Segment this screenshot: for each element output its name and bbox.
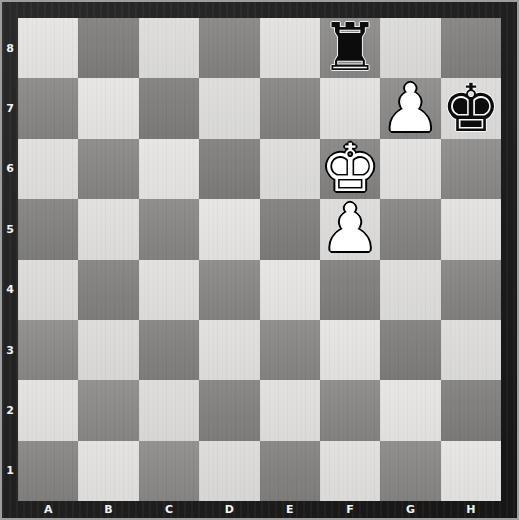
square-h1[interactable] bbox=[441, 441, 501, 501]
square-wood-shade bbox=[260, 441, 320, 501]
square-c1[interactable] bbox=[139, 441, 199, 501]
square-wood-shade bbox=[199, 260, 259, 320]
square-wood-shade bbox=[199, 199, 259, 259]
square-b2[interactable] bbox=[78, 380, 138, 440]
square-f3[interactable] bbox=[320, 320, 380, 380]
square-f5[interactable]: ♟ bbox=[320, 199, 380, 259]
square-h7[interactable]: ♚ bbox=[441, 78, 501, 138]
square-wood-shade bbox=[441, 320, 501, 380]
square-e6[interactable] bbox=[260, 139, 320, 199]
square-wood-shade bbox=[78, 260, 138, 320]
square-e4[interactable] bbox=[260, 260, 320, 320]
square-e1[interactable] bbox=[260, 441, 320, 501]
square-wood-shade bbox=[18, 441, 78, 501]
rank-label-3: 3 bbox=[2, 320, 18, 380]
square-b7[interactable] bbox=[78, 78, 138, 138]
square-wood-shade bbox=[18, 78, 78, 138]
square-wood-shade bbox=[78, 18, 138, 78]
square-g4[interactable] bbox=[380, 260, 440, 320]
square-wood-shade bbox=[139, 18, 199, 78]
square-wood-shade bbox=[18, 18, 78, 78]
square-wood-shade bbox=[260, 18, 320, 78]
square-wood-shade bbox=[380, 139, 440, 199]
square-wood-shade bbox=[139, 78, 199, 138]
square-a1[interactable] bbox=[18, 441, 78, 501]
square-wood-shade bbox=[260, 260, 320, 320]
file-label-f: F bbox=[320, 501, 380, 518]
square-g6[interactable] bbox=[380, 139, 440, 199]
square-wood-shade bbox=[78, 441, 138, 501]
square-wood-shade bbox=[199, 78, 259, 138]
square-e8[interactable] bbox=[260, 18, 320, 78]
square-wood-shade bbox=[78, 380, 138, 440]
file-labels: ABCDEFGH bbox=[18, 501, 501, 518]
square-g5[interactable] bbox=[380, 199, 440, 259]
rank-label-4: 4 bbox=[2, 260, 18, 320]
square-wood-shade bbox=[380, 320, 440, 380]
square-wood-shade bbox=[139, 380, 199, 440]
square-wood-shade bbox=[139, 260, 199, 320]
square-g2[interactable] bbox=[380, 380, 440, 440]
square-b1[interactable] bbox=[78, 441, 138, 501]
square-wood-shade bbox=[199, 139, 259, 199]
square-a3[interactable] bbox=[18, 320, 78, 380]
square-d4[interactable] bbox=[199, 260, 259, 320]
piece-white-pawn-g7[interactable]: ♟ bbox=[381, 79, 440, 139]
square-c4[interactable] bbox=[139, 260, 199, 320]
square-wood-shade bbox=[320, 441, 380, 501]
square-g3[interactable] bbox=[380, 320, 440, 380]
square-h3[interactable] bbox=[441, 320, 501, 380]
rank-label-7: 7 bbox=[2, 78, 18, 138]
square-b4[interactable] bbox=[78, 260, 138, 320]
square-wood-shade bbox=[139, 199, 199, 259]
square-wood-shade bbox=[441, 380, 501, 440]
square-wood-shade bbox=[260, 78, 320, 138]
square-d7[interactable] bbox=[199, 78, 259, 138]
square-wood-shade bbox=[139, 320, 199, 380]
square-a5[interactable] bbox=[18, 199, 78, 259]
chess-board: ♜♟♚♚♟ bbox=[18, 18, 501, 501]
square-b3[interactable] bbox=[78, 320, 138, 380]
square-wood-shade bbox=[139, 441, 199, 501]
square-wood-shade bbox=[441, 139, 501, 199]
file-label-b: B bbox=[78, 501, 138, 518]
rank-labels: 87654321 bbox=[2, 18, 18, 501]
square-wood-shade bbox=[199, 380, 259, 440]
square-wood-shade bbox=[18, 139, 78, 199]
square-c6[interactable] bbox=[139, 139, 199, 199]
file-label-a: A bbox=[18, 501, 78, 518]
square-e3[interactable] bbox=[260, 320, 320, 380]
rank-label-2: 2 bbox=[2, 380, 18, 440]
square-wood-shade bbox=[380, 260, 440, 320]
square-wood-shade bbox=[320, 320, 380, 380]
square-wood-shade bbox=[260, 380, 320, 440]
square-wood-shade bbox=[78, 139, 138, 199]
piece-black-rook-f8[interactable]: ♜ bbox=[320, 18, 379, 78]
square-e7[interactable] bbox=[260, 78, 320, 138]
square-wood-shade bbox=[78, 199, 138, 259]
square-c7[interactable] bbox=[139, 78, 199, 138]
square-wood-shade bbox=[18, 320, 78, 380]
square-g1[interactable] bbox=[380, 441, 440, 501]
square-a7[interactable] bbox=[18, 78, 78, 138]
square-e2[interactable] bbox=[260, 380, 320, 440]
square-d8[interactable] bbox=[199, 18, 259, 78]
rank-label-6: 6 bbox=[2, 139, 18, 199]
square-a6[interactable] bbox=[18, 139, 78, 199]
rank-label-5: 5 bbox=[2, 199, 18, 259]
square-a4[interactable] bbox=[18, 260, 78, 320]
square-d3[interactable] bbox=[199, 320, 259, 380]
piece-white-pawn-f5[interactable]: ♟ bbox=[320, 199, 379, 259]
square-a8[interactable] bbox=[18, 18, 78, 78]
square-wood-shade bbox=[18, 199, 78, 259]
piece-black-king-h7[interactable]: ♚ bbox=[441, 79, 500, 139]
square-h6[interactable] bbox=[441, 139, 501, 199]
square-b8[interactable] bbox=[78, 18, 138, 78]
file-label-d: D bbox=[199, 501, 259, 518]
square-b5[interactable] bbox=[78, 199, 138, 259]
square-h5[interactable] bbox=[441, 199, 501, 259]
square-g7[interactable]: ♟ bbox=[380, 78, 440, 138]
square-wood-shade bbox=[441, 260, 501, 320]
file-label-c: C bbox=[139, 501, 199, 518]
square-wood-shade bbox=[441, 441, 501, 501]
square-f2[interactable] bbox=[320, 380, 380, 440]
square-d1[interactable] bbox=[199, 441, 259, 501]
file-label-h: H bbox=[441, 501, 501, 518]
square-wood-shade bbox=[199, 18, 259, 78]
square-wood-shade bbox=[199, 441, 259, 501]
square-d5[interactable] bbox=[199, 199, 259, 259]
board-frame: 87654321 ♜♟♚♚♟ ABCDEFGH bbox=[0, 0, 519, 520]
square-f4[interactable] bbox=[320, 260, 380, 320]
square-wood-shade bbox=[441, 199, 501, 259]
file-label-g: G bbox=[380, 501, 440, 518]
square-wood-shade bbox=[380, 380, 440, 440]
square-wood-shade bbox=[380, 441, 440, 501]
square-c5[interactable] bbox=[139, 199, 199, 259]
square-c3[interactable] bbox=[139, 320, 199, 380]
square-f8[interactable]: ♜ bbox=[320, 18, 380, 78]
square-wood-shade bbox=[320, 380, 380, 440]
square-wood-shade bbox=[199, 320, 259, 380]
square-wood-shade bbox=[18, 260, 78, 320]
square-wood-shade bbox=[18, 380, 78, 440]
square-wood-shade bbox=[380, 199, 440, 259]
square-c8[interactable] bbox=[139, 18, 199, 78]
square-d2[interactable] bbox=[199, 380, 259, 440]
square-wood-shade bbox=[78, 78, 138, 138]
square-c2[interactable] bbox=[139, 380, 199, 440]
square-a2[interactable] bbox=[18, 380, 78, 440]
square-wood-shade bbox=[260, 139, 320, 199]
square-wood-shade bbox=[260, 199, 320, 259]
rank-label-1: 1 bbox=[2, 441, 18, 501]
square-wood-shade bbox=[260, 320, 320, 380]
file-label-e: E bbox=[260, 501, 320, 518]
rank-label-8: 8 bbox=[2, 18, 18, 78]
square-h4[interactable] bbox=[441, 260, 501, 320]
square-wood-shade bbox=[78, 320, 138, 380]
square-h2[interactable] bbox=[441, 380, 501, 440]
square-f1[interactable] bbox=[320, 441, 380, 501]
square-b6[interactable] bbox=[78, 139, 138, 199]
square-wood-shade bbox=[139, 139, 199, 199]
square-d6[interactable] bbox=[199, 139, 259, 199]
square-e5[interactable] bbox=[260, 199, 320, 259]
square-wood-shade bbox=[320, 260, 380, 320]
